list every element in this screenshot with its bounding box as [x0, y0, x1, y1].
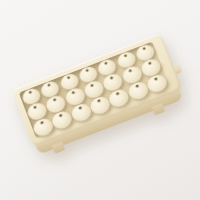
ice-ball-tray	[11, 33, 188, 163]
fill-hole	[52, 98, 57, 102]
fill-hole	[39, 121, 44, 125]
fill-hole	[77, 106, 82, 110]
fill-hole	[147, 62, 152, 66]
fill-hole	[123, 54, 128, 58]
fill-hole	[109, 76, 114, 80]
fill-hole	[85, 69, 90, 73]
fill-hole	[27, 91, 32, 95]
fill-hole	[115, 91, 120, 95]
fill-hole	[153, 77, 158, 81]
fill-hole	[71, 91, 76, 95]
fill-hole	[104, 62, 109, 66]
fill-hole	[96, 99, 101, 103]
fill-hole	[142, 47, 147, 51]
fill-hole	[128, 69, 133, 73]
fill-hole	[90, 84, 95, 88]
product-photo-background	[0, 0, 200, 200]
fill-hole	[58, 113, 63, 117]
fill-hole	[46, 83, 51, 87]
fill-hole	[33, 106, 38, 110]
fill-hole	[66, 76, 71, 80]
fill-hole	[134, 84, 139, 88]
